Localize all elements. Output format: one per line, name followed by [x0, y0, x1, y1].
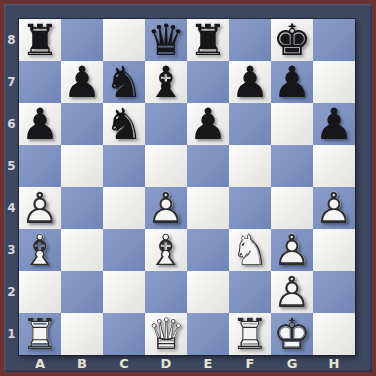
square-b8[interactable]: [61, 19, 103, 61]
square-b5[interactable]: [61, 145, 103, 187]
square-f1[interactable]: ♜♖: [229, 313, 271, 355]
square-e4[interactable]: [187, 187, 229, 229]
square-c7[interactable]: ♞: [103, 61, 145, 103]
square-a4[interactable]: ♟♙: [19, 187, 61, 229]
file-label-d: D: [145, 355, 187, 372]
black-king-piece[interactable]: ♚: [271, 19, 313, 61]
square-f4[interactable]: [229, 187, 271, 229]
square-a7[interactable]: [19, 61, 61, 103]
rank-label-3: 3: [4, 229, 19, 271]
white-bishop-piece[interactable]: ♝♗: [145, 229, 187, 271]
square-d7[interactable]: ♝: [145, 61, 187, 103]
file-label-a: A: [19, 355, 61, 372]
black-knight-glyph: ♞: [103, 61, 145, 103]
white-bishop-piece[interactable]: ♝♗: [19, 229, 61, 271]
square-c6[interactable]: ♞: [103, 103, 145, 145]
rank-label-2: 2: [4, 271, 19, 313]
square-b7[interactable]: ♟: [61, 61, 103, 103]
square-e2[interactable]: [187, 271, 229, 313]
square-d4[interactable]: ♟♙: [145, 187, 187, 229]
square-a2[interactable]: [19, 271, 61, 313]
white-pawn-piece[interactable]: ♟♙: [271, 271, 313, 313]
black-pawn-piece[interactable]: ♟: [271, 61, 313, 103]
white-bishop-outline: ♗: [145, 229, 187, 271]
square-b2[interactable]: [61, 271, 103, 313]
square-a8[interactable]: ♜: [19, 19, 61, 61]
black-pawn-glyph: ♟: [271, 61, 313, 103]
square-e8[interactable]: ♜: [187, 19, 229, 61]
file-label-b: B: [61, 355, 103, 372]
white-pawn-outline: ♙: [145, 187, 187, 229]
black-pawn-piece[interactable]: ♟: [19, 103, 61, 145]
square-h6[interactable]: ♟: [313, 103, 355, 145]
white-queen-piece[interactable]: ♛♕: [145, 313, 187, 355]
square-b1[interactable]: [61, 313, 103, 355]
square-d8[interactable]: ♛: [145, 19, 187, 61]
white-pawn-piece[interactable]: ♟♙: [145, 187, 187, 229]
file-label-h: H: [313, 355, 355, 372]
white-bishop-outline: ♗: [19, 229, 61, 271]
black-bishop-piece[interactable]: ♝: [145, 61, 187, 103]
square-e7[interactable]: [187, 61, 229, 103]
black-pawn-glyph: ♟: [19, 103, 61, 145]
white-knight-outline: ♘: [229, 229, 271, 271]
square-c1[interactable]: [103, 313, 145, 355]
black-rook-glyph: ♜: [187, 19, 229, 61]
black-pawn-glyph: ♟: [61, 61, 103, 103]
square-e3[interactable]: [187, 229, 229, 271]
square-b3[interactable]: [61, 229, 103, 271]
square-f2[interactable]: [229, 271, 271, 313]
white-rook-piece[interactable]: ♜♖: [229, 313, 271, 355]
white-king-outline: ♔: [271, 313, 313, 355]
square-c2[interactable]: [103, 271, 145, 313]
white-pawn-outline: ♙: [313, 187, 355, 229]
square-h7[interactable]: [313, 61, 355, 103]
square-f8[interactable]: [229, 19, 271, 61]
square-g8[interactable]: ♚: [271, 19, 313, 61]
rank-label-5: 5: [4, 145, 19, 187]
square-g3[interactable]: ♟♙: [271, 229, 313, 271]
square-b6[interactable]: [61, 103, 103, 145]
white-knight-piece[interactable]: ♞♘: [229, 229, 271, 271]
rank-label-6: 6: [4, 103, 19, 145]
square-d3[interactable]: ♝♗: [145, 229, 187, 271]
square-d5[interactable]: [145, 145, 187, 187]
square-g1[interactable]: ♚♔: [271, 313, 313, 355]
square-d2[interactable]: [145, 271, 187, 313]
square-a5[interactable]: [19, 145, 61, 187]
white-pawn-outline: ♙: [271, 271, 313, 313]
square-e6[interactable]: ♟: [187, 103, 229, 145]
white-pawn-piece[interactable]: ♟♙: [313, 187, 355, 229]
square-f6[interactable]: [229, 103, 271, 145]
rank-label-1: 1: [4, 313, 19, 355]
square-g2[interactable]: ♟♙: [271, 271, 313, 313]
white-pawn-piece[interactable]: ♟♙: [19, 187, 61, 229]
black-bishop-glyph: ♝: [145, 61, 187, 103]
square-h5[interactable]: [313, 145, 355, 187]
black-rook-piece[interactable]: ♜: [19, 19, 61, 61]
square-h3[interactable]: [313, 229, 355, 271]
file-label-c: C: [103, 355, 145, 372]
black-queen-piece[interactable]: ♛: [145, 19, 187, 61]
chess-board: ♜♛♜♚♟♞♝♟♟♟♞♟♟♟♙♟♙♟♙♝♗♝♗♞♘♟♙♟♙♜♖♛♕♜♖♚♔: [19, 19, 355, 355]
black-pawn-piece[interactable]: ♟: [313, 103, 355, 145]
square-c3[interactable]: [103, 229, 145, 271]
rank-labels: 87654321: [4, 19, 19, 355]
black-pawn-piece[interactable]: ♟: [61, 61, 103, 103]
file-label-f: F: [229, 355, 271, 372]
square-a1[interactable]: ♜♖: [19, 313, 61, 355]
file-label-g: G: [271, 355, 313, 372]
black-knight-piece[interactable]: ♞: [103, 103, 145, 145]
square-e5[interactable]: [187, 145, 229, 187]
white-rook-outline: ♖: [229, 313, 271, 355]
square-g5[interactable]: [271, 145, 313, 187]
square-f5[interactable]: [229, 145, 271, 187]
black-rook-piece[interactable]: ♜: [187, 19, 229, 61]
black-pawn-glyph: ♟: [187, 103, 229, 145]
black-pawn-glyph: ♟: [313, 103, 355, 145]
square-f7[interactable]: ♟: [229, 61, 271, 103]
rank-label-4: 4: [4, 187, 19, 229]
square-h1[interactable]: [313, 313, 355, 355]
white-pawn-piece[interactable]: ♟♙: [271, 229, 313, 271]
square-h8[interactable]: [313, 19, 355, 61]
white-rook-piece[interactable]: ♜♖: [19, 313, 61, 355]
file-labels: ABCDEFGH: [19, 355, 355, 372]
square-d6[interactable]: [145, 103, 187, 145]
file-label-e: E: [187, 355, 229, 372]
black-pawn-piece[interactable]: ♟: [187, 103, 229, 145]
white-pawn-outline: ♙: [19, 187, 61, 229]
rank-label-8: 8: [4, 19, 19, 61]
square-h2[interactable]: [313, 271, 355, 313]
black-pawn-glyph: ♟: [229, 61, 271, 103]
square-g7[interactable]: ♟: [271, 61, 313, 103]
square-c4[interactable]: [103, 187, 145, 229]
square-h4[interactable]: ♟♙: [313, 187, 355, 229]
white-pawn-outline: ♙: [271, 229, 313, 271]
black-king-glyph: ♚: [271, 19, 313, 61]
square-g4[interactable]: [271, 187, 313, 229]
square-a6[interactable]: ♟: [19, 103, 61, 145]
black-rook-glyph: ♜: [19, 19, 61, 61]
white-rook-outline: ♖: [19, 313, 61, 355]
white-queen-outline: ♕: [145, 313, 187, 355]
white-king-piece[interactable]: ♚♔: [271, 313, 313, 355]
rank-label-7: 7: [4, 61, 19, 103]
square-d1[interactable]: ♛♕: [145, 313, 187, 355]
black-queen-glyph: ♛: [145, 19, 187, 61]
black-knight-piece[interactable]: ♞: [103, 61, 145, 103]
square-f3[interactable]: ♞♘: [229, 229, 271, 271]
square-b4[interactable]: [61, 187, 103, 229]
square-e1[interactable]: [187, 313, 229, 355]
square-a3[interactable]: ♝♗: [19, 229, 61, 271]
board-frame: 87654321 ♜♛♜♚♟♞♝♟♟♟♞♟♟♟♙♟♙♟♙♝♗♝♗♞♘♟♙♟♙♜♖…: [0, 0, 376, 376]
square-c8[interactable]: [103, 19, 145, 61]
square-g6[interactable]: [271, 103, 313, 145]
black-knight-glyph: ♞: [103, 103, 145, 145]
square-c5[interactable]: [103, 145, 145, 187]
black-pawn-piece[interactable]: ♟: [229, 61, 271, 103]
